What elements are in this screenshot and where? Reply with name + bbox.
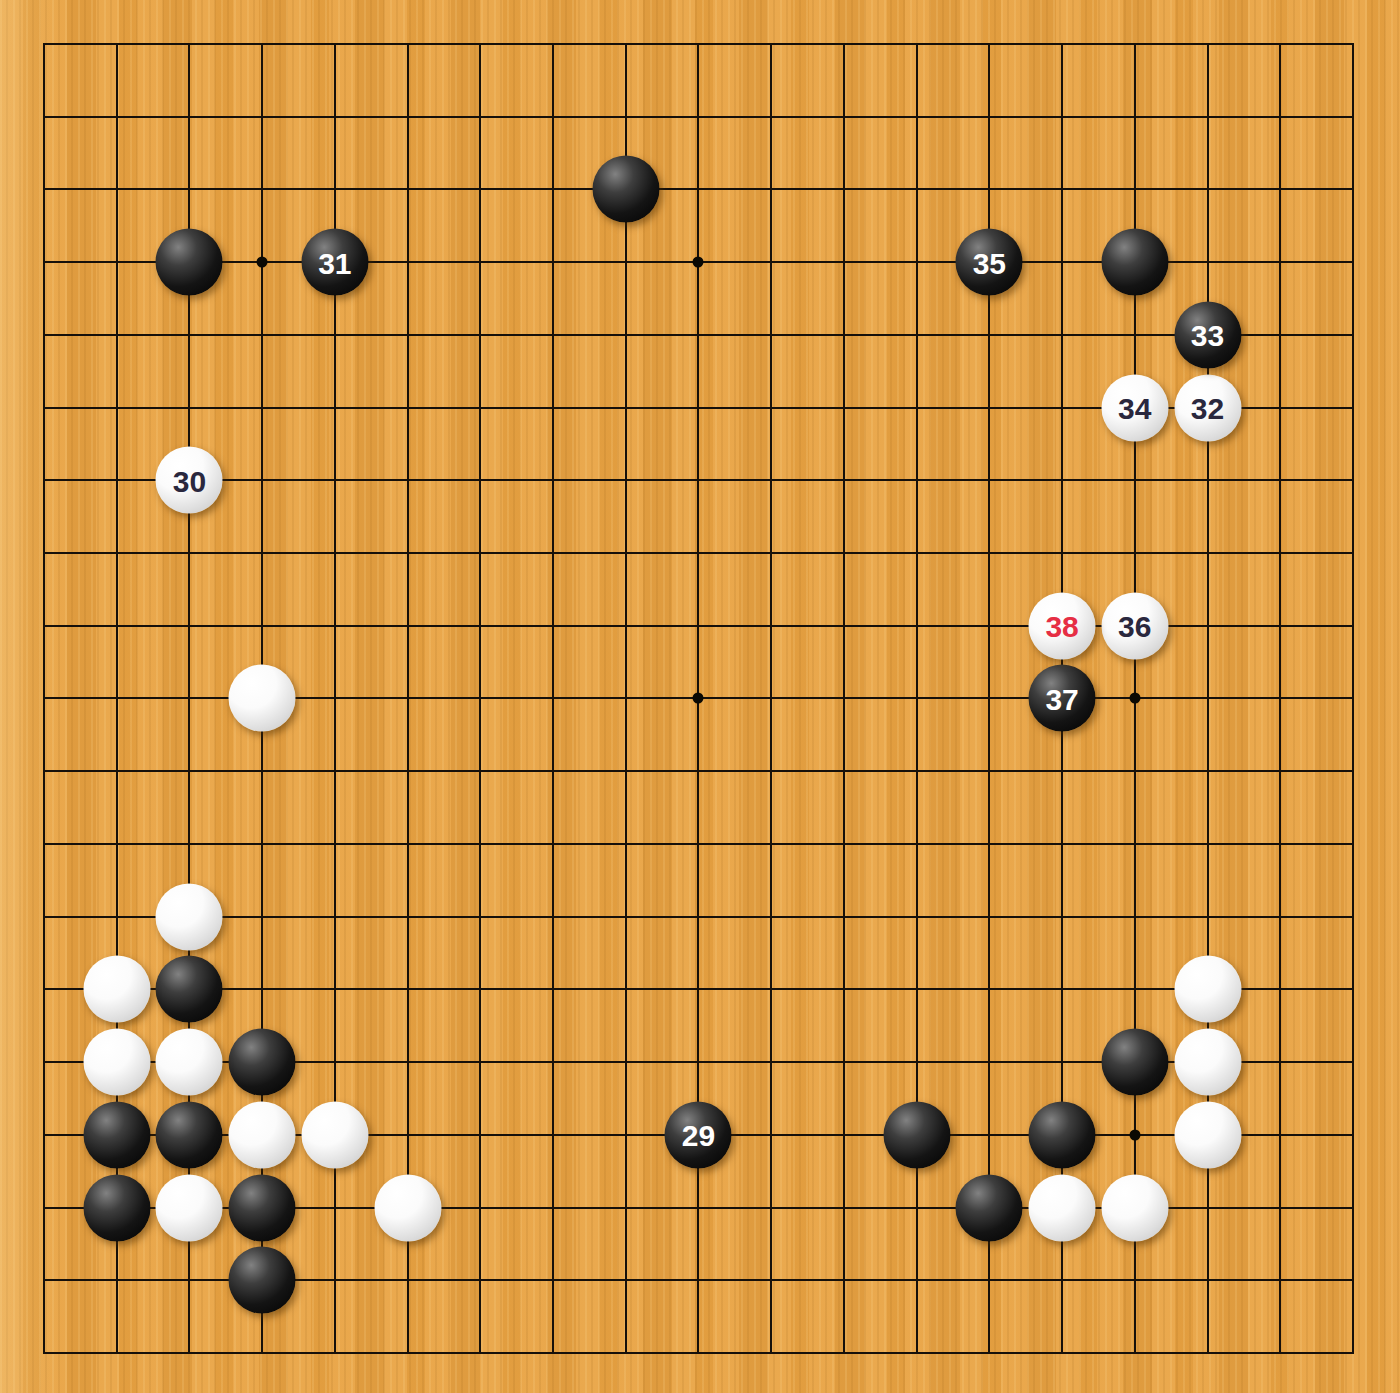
stone-white-3-13: [156, 883, 223, 950]
stone-black-15-10: 37: [1029, 665, 1096, 732]
move-number-36: 36: [1118, 612, 1151, 642]
star-point-16-10: [1129, 693, 1140, 704]
go-board[interactable]: 29303132333435363738: [0, 0, 1400, 1393]
stone-white-17-16: [1174, 1101, 1241, 1168]
stone-white-3-17: [156, 1174, 223, 1241]
grid-line-h-14: [43, 988, 1354, 990]
stone-black-4-18: [229, 1247, 296, 1314]
stone-white-2-14: [83, 956, 150, 1023]
star-point-4-4: [257, 257, 268, 268]
stone-white-15-9: 38: [1029, 592, 1096, 659]
stone-white-15-17: [1029, 1174, 1096, 1241]
grid-line-h-11: [43, 770, 1354, 772]
stone-white-16-9: 36: [1101, 592, 1168, 659]
star-point-16-16: [1129, 1129, 1140, 1140]
grid-line-v-12: [843, 43, 845, 1354]
stone-white-3-7: 30: [156, 447, 223, 514]
stone-black-5-4: 31: [301, 229, 368, 296]
stone-black-17-5: 33: [1174, 301, 1241, 368]
stone-black-13-16: [883, 1101, 950, 1168]
stone-black-10-16: 29: [665, 1101, 732, 1168]
stone-white-16-17: [1101, 1174, 1168, 1241]
stone-white-2-15: [83, 1029, 150, 1096]
move-number-33: 33: [1191, 321, 1224, 351]
stone-white-17-6: 32: [1174, 374, 1241, 441]
stone-white-17-14: [1174, 956, 1241, 1023]
stone-black-4-15: [229, 1029, 296, 1096]
move-number-35: 35: [973, 248, 1006, 278]
move-number-34: 34: [1118, 394, 1151, 424]
move-number-37: 37: [1045, 684, 1078, 714]
stone-white-4-10: [229, 665, 296, 732]
grid-line-h-19: [43, 1352, 1354, 1354]
move-number-38: 38: [1045, 612, 1078, 642]
move-number-29: 29: [682, 1121, 715, 1151]
stone-black-14-4: 35: [956, 229, 1023, 296]
move-number-31: 31: [318, 248, 351, 278]
grid-line-h-13: [43, 916, 1354, 918]
stone-black-3-14: [156, 956, 223, 1023]
move-number-30: 30: [173, 466, 206, 496]
star-point-10-4: [693, 257, 704, 268]
stone-black-4-17: [229, 1174, 296, 1241]
stone-white-17-15: [1174, 1029, 1241, 1096]
stone-white-4-16: [229, 1101, 296, 1168]
stone-black-16-15: [1101, 1029, 1168, 1096]
stone-black-9-3: [592, 156, 659, 223]
grid-line-h-12: [43, 843, 1354, 845]
grid-line-v-11: [770, 43, 772, 1354]
stone-white-5-16: [301, 1101, 368, 1168]
stone-black-2-16: [83, 1101, 150, 1168]
stone-black-3-16: [156, 1101, 223, 1168]
grid-line-v-18: [1279, 43, 1281, 1354]
stone-black-3-4: [156, 229, 223, 296]
stone-black-14-17: [956, 1174, 1023, 1241]
stone-white-6-17: [374, 1174, 441, 1241]
grid-line-v-19: [1352, 43, 1354, 1354]
move-number-32: 32: [1191, 394, 1224, 424]
stone-black-16-4: [1101, 229, 1168, 296]
stone-black-2-17: [83, 1174, 150, 1241]
star-point-10-10: [693, 693, 704, 704]
stone-white-16-6: 34: [1101, 374, 1168, 441]
stone-black-15-16: [1029, 1101, 1096, 1168]
stone-white-3-15: [156, 1029, 223, 1096]
